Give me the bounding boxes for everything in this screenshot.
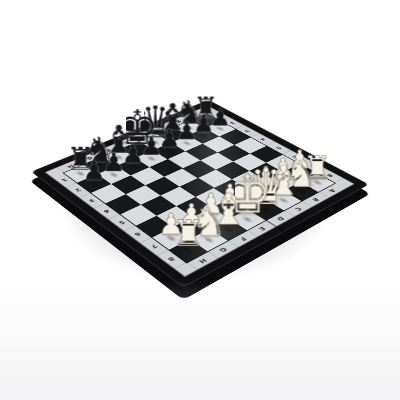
chess-piece-glyph: ♟ bbox=[158, 212, 184, 239]
chess-piece-glyph: ♜ bbox=[172, 217, 205, 250]
chess-board-3d: 12345678 12345678 ABCDEFGH ABCDEFGH ♜♟♟♜… bbox=[31, 100, 370, 288]
chess-piece-glyph: ♝ bbox=[209, 189, 248, 229]
chess-piece-glyph: ♞ bbox=[191, 203, 227, 240]
product-photo-scene: 12345678 12345678 ABCDEFGH ABCDEFGH ♜♟♟♜… bbox=[0, 0, 400, 400]
chess-piece-glyph: ♟ bbox=[218, 183, 243, 208]
chess-piece-glyph: ♟ bbox=[179, 202, 204, 228]
white-rook-h8: ♜ bbox=[175, 178, 202, 251]
white-knight-g8: ♞ bbox=[195, 169, 222, 240]
chess-piece-glyph: ♟ bbox=[198, 192, 223, 218]
